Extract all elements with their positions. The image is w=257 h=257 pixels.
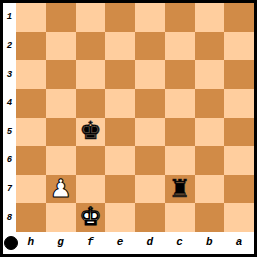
square-h4[interactable] bbox=[16, 89, 46, 118]
square-e7[interactable] bbox=[105, 175, 135, 204]
square-h2[interactable] bbox=[16, 32, 46, 61]
square-a1[interactable] bbox=[224, 3, 254, 32]
rank-label-6: 6 bbox=[3, 146, 16, 175]
square-b1[interactable] bbox=[195, 3, 225, 32]
white-pawn-piece[interactable]: ♟ bbox=[49, 176, 71, 201]
square-h5[interactable] bbox=[16, 118, 46, 147]
square-f3[interactable] bbox=[76, 60, 106, 89]
square-c2[interactable] bbox=[165, 32, 195, 61]
file-label-d: d bbox=[135, 232, 165, 254]
square-e5[interactable] bbox=[105, 118, 135, 147]
square-g8[interactable] bbox=[46, 203, 76, 232]
square-g6[interactable] bbox=[46, 146, 76, 175]
file-label-f: f bbox=[76, 232, 106, 254]
square-g4[interactable] bbox=[46, 89, 76, 118]
square-g1[interactable] bbox=[46, 3, 76, 32]
square-e3[interactable] bbox=[105, 60, 135, 89]
rank-label-7: 7 bbox=[3, 175, 16, 204]
square-d5[interactable] bbox=[135, 118, 165, 147]
square-e6[interactable] bbox=[105, 146, 135, 175]
square-f8[interactable]: ♚ bbox=[76, 203, 106, 232]
rank-label-2: 2 bbox=[3, 32, 16, 61]
square-f1[interactable] bbox=[76, 3, 106, 32]
square-d6[interactable] bbox=[135, 146, 165, 175]
square-c5[interactable] bbox=[165, 118, 195, 147]
rank-label-5: 5 bbox=[3, 118, 16, 147]
square-a7[interactable] bbox=[224, 175, 254, 204]
square-e1[interactable] bbox=[105, 3, 135, 32]
file-labels: hgfedcba bbox=[16, 232, 254, 254]
square-h1[interactable] bbox=[16, 3, 46, 32]
file-label-e: e bbox=[105, 232, 135, 254]
square-a5[interactable] bbox=[224, 118, 254, 147]
square-c6[interactable] bbox=[165, 146, 195, 175]
square-g2[interactable] bbox=[46, 32, 76, 61]
square-h6[interactable] bbox=[16, 146, 46, 175]
rank-labels: 12345678 bbox=[3, 3, 16, 232]
square-a3[interactable] bbox=[224, 60, 254, 89]
square-d4[interactable] bbox=[135, 89, 165, 118]
square-c1[interactable] bbox=[165, 3, 195, 32]
square-b2[interactable] bbox=[195, 32, 225, 61]
rank-label-8: 8 bbox=[3, 203, 16, 232]
square-a2[interactable] bbox=[224, 32, 254, 61]
square-g5[interactable] bbox=[46, 118, 76, 147]
square-e4[interactable] bbox=[105, 89, 135, 118]
square-b3[interactable] bbox=[195, 60, 225, 89]
square-d3[interactable] bbox=[135, 60, 165, 89]
square-c3[interactable] bbox=[165, 60, 195, 89]
square-c8[interactable] bbox=[165, 203, 195, 232]
rank-label-1: 1 bbox=[3, 3, 16, 32]
square-h7[interactable] bbox=[16, 175, 46, 204]
square-f4[interactable] bbox=[76, 89, 106, 118]
square-f5[interactable]: ♚ bbox=[76, 118, 106, 147]
square-f7[interactable] bbox=[76, 175, 106, 204]
file-label-b: b bbox=[195, 232, 225, 254]
square-a4[interactable] bbox=[224, 89, 254, 118]
square-c7[interactable]: ♜ bbox=[165, 175, 195, 204]
square-g7[interactable]: ♟ bbox=[46, 175, 76, 204]
square-g3[interactable] bbox=[46, 60, 76, 89]
square-b8[interactable] bbox=[195, 203, 225, 232]
black-rook-piece[interactable]: ♜ bbox=[168, 176, 190, 201]
file-label-h: h bbox=[16, 232, 46, 254]
black-king-piece[interactable]: ♚ bbox=[79, 118, 101, 143]
square-d8[interactable] bbox=[135, 203, 165, 232]
square-a6[interactable] bbox=[224, 146, 254, 175]
square-b5[interactable] bbox=[195, 118, 225, 147]
rank-label-3: 3 bbox=[3, 60, 16, 89]
square-h3[interactable] bbox=[16, 60, 46, 89]
square-e2[interactable] bbox=[105, 32, 135, 61]
square-e8[interactable] bbox=[105, 203, 135, 232]
chess-board: ♚♟♜♚ bbox=[16, 3, 254, 232]
square-d1[interactable] bbox=[135, 3, 165, 32]
square-c4[interactable] bbox=[165, 89, 195, 118]
square-b7[interactable] bbox=[195, 175, 225, 204]
square-d2[interactable] bbox=[135, 32, 165, 61]
square-h8[interactable] bbox=[16, 203, 46, 232]
chess-diagram: 12345678 ♚♟♜♚ hgfedcba bbox=[0, 0, 257, 257]
rank-label-4: 4 bbox=[3, 89, 16, 118]
square-b4[interactable] bbox=[195, 89, 225, 118]
side-to-move-area bbox=[3, 232, 16, 254]
black-to-move-indicator-icon bbox=[4, 236, 18, 250]
square-b6[interactable] bbox=[195, 146, 225, 175]
file-label-g: g bbox=[46, 232, 76, 254]
square-d7[interactable] bbox=[135, 175, 165, 204]
file-label-c: c bbox=[165, 232, 195, 254]
white-king-piece[interactable]: ♚ bbox=[79, 204, 101, 229]
square-f2[interactable] bbox=[76, 32, 106, 61]
square-f6[interactable] bbox=[76, 146, 106, 175]
file-label-a: a bbox=[224, 232, 254, 254]
square-a8[interactable] bbox=[224, 203, 254, 232]
